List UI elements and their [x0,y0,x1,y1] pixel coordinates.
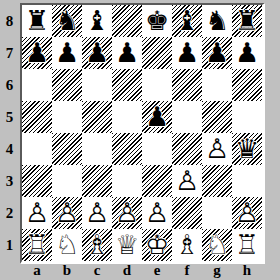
piece-wP-h2: ♟♙ [232,197,262,229]
square-c4[interactable] [82,133,112,165]
square-f5[interactable] [172,101,202,133]
piece-wP-b2: ♟♙ [52,197,82,229]
square-h3[interactable] [232,165,262,197]
square-h2[interactable]: ♟♙ [232,197,262,229]
square-d7[interactable]: ♟ [112,37,142,69]
square-g3[interactable] [202,165,232,197]
square-c2[interactable]: ♟♙ [82,197,112,229]
square-h7[interactable]: ♟ [232,37,262,69]
square-h1[interactable]: ♜♖ [232,229,262,261]
square-b7[interactable]: ♟ [52,37,82,69]
square-b3[interactable] [52,165,82,197]
square-e8[interactable]: ♚ [142,5,172,37]
piece-bB-c8: ♝ [82,5,112,37]
piece-bP-b7: ♟ [52,37,82,69]
square-f2[interactable] [172,197,202,229]
file-label-h: h [232,262,262,279]
piece-bN-b8: ♞ [52,5,82,37]
square-g7[interactable]: ♟ [202,37,232,69]
piece-wP-g4: ♟♙ [202,133,232,165]
piece-wB-f1: ♝♗ [172,229,202,261]
square-g6[interactable] [202,69,232,101]
square-c5[interactable] [82,101,112,133]
chess-diagram: 8 7 6 5 4 3 2 1 a b c d e f g h ♜♞♝♚♝♞♜♟… [0,0,280,280]
square-g2[interactable] [202,197,232,229]
square-g1[interactable]: ♞♘ [202,229,232,261]
square-h6[interactable] [232,69,262,101]
piece-wN-g1: ♞♘ [202,229,232,261]
square-a6[interactable] [22,69,52,101]
file-label-e: e [142,262,172,279]
square-e5[interactable]: ♟ [142,101,172,133]
square-c3[interactable] [82,165,112,197]
rank-label-4: 4 [0,133,19,165]
square-a4[interactable] [22,133,52,165]
square-e1[interactable]: ♚♔ [142,229,172,261]
square-g5[interactable] [202,101,232,133]
square-c8[interactable]: ♝ [82,5,112,37]
piece-bP-h7: ♟ [232,37,262,69]
square-e3[interactable] [142,165,172,197]
square-b4[interactable] [52,133,82,165]
rank-label-7: 7 [0,37,19,69]
piece-wR-h1: ♜♖ [232,229,262,261]
square-e2[interactable]: ♟♙ [142,197,172,229]
square-b6[interactable] [52,69,82,101]
square-e4[interactable] [142,133,172,165]
square-f6[interactable] [172,69,202,101]
square-e7[interactable] [142,37,172,69]
piece-bP-c7: ♟ [82,37,112,69]
piece-bP-d7: ♟ [112,37,142,69]
piece-bP-f7: ♟ [172,37,202,69]
square-b1[interactable]: ♞♘ [52,229,82,261]
square-f1[interactable]: ♝♗ [172,229,202,261]
square-a1[interactable]: ♜♖ [22,229,52,261]
square-c6[interactable] [82,69,112,101]
rank-label-6: 6 [0,69,19,101]
square-d6[interactable] [112,69,142,101]
piece-bP-e5: ♟ [142,101,172,133]
piece-wN-b1: ♞♘ [52,229,82,261]
square-e6[interactable] [142,69,172,101]
square-g4[interactable]: ♟♙ [202,133,232,165]
file-label-b: b [52,262,82,279]
square-f8[interactable]: ♝ [172,5,202,37]
piece-wP-e2: ♟♙ [142,197,172,229]
piece-bR-h8: ♜ [232,5,262,37]
square-f3[interactable]: ♟♙ [172,165,202,197]
piece-wP-f3: ♟♙ [172,165,202,197]
piece-bN-g8: ♞ [202,5,232,37]
square-d5[interactable] [112,101,142,133]
rank-label-2: 2 [0,197,19,229]
board-frame: ♜♞♝♚♝♞♜♟♟♟♟♟♟♟♟♟♙♛♟♙♟♙♟♙♟♙♟♙♟♙♟♙♜♖♞♘♝♗♛♕… [20,3,265,264]
piece-bB-f8: ♝ [172,5,202,37]
piece-bR-a8: ♜ [22,5,52,37]
piece-wP-a2: ♟♙ [22,197,52,229]
piece-wB-c1: ♝♗ [82,229,112,261]
square-h8[interactable]: ♜ [232,5,262,37]
square-h4[interactable]: ♛ [232,133,262,165]
square-h5[interactable] [232,101,262,133]
rank-label-3: 3 [0,165,19,197]
square-g8[interactable]: ♞ [202,5,232,37]
square-c1[interactable]: ♝♗ [82,229,112,261]
square-c7[interactable]: ♟ [82,37,112,69]
piece-wQ-d1: ♛♕ [112,229,142,261]
piece-wP-c2: ♟♙ [82,197,112,229]
file-label-d: d [112,262,142,279]
rank-label-5: 5 [0,101,19,133]
rank-label-8: 8 [0,5,19,37]
rank-label-1: 1 [0,229,19,261]
square-b2[interactable]: ♟♙ [52,197,82,229]
file-label-c: c [82,262,112,279]
piece-wR-a1: ♜♖ [22,229,52,261]
piece-bQ-h4: ♛ [232,133,262,165]
square-a8[interactable]: ♜ [22,5,52,37]
piece-wP-d2: ♟♙ [112,197,142,229]
piece-bP-a7: ♟ [22,37,52,69]
square-d4[interactable] [112,133,142,165]
file-label-f: f [172,262,202,279]
square-b8[interactable]: ♞ [52,5,82,37]
piece-bP-g7: ♟ [202,37,232,69]
chess-board: ♜♞♝♚♝♞♜♟♟♟♟♟♟♟♟♟♙♛♟♙♟♙♟♙♟♙♟♙♟♙♟♙♜♖♞♘♝♗♛♕… [22,5,262,261]
square-b5[interactable] [52,101,82,133]
square-d3[interactable] [112,165,142,197]
square-d8[interactable] [112,5,142,37]
square-d2[interactable]: ♟♙ [112,197,142,229]
square-a5[interactable] [22,101,52,133]
square-f7[interactable]: ♟ [172,37,202,69]
file-label-g: g [202,262,232,279]
piece-bK-e8: ♚ [142,5,172,37]
piece-wK-e1: ♚♔ [142,229,172,261]
square-a2[interactable]: ♟♙ [22,197,52,229]
square-a3[interactable] [22,165,52,197]
file-label-a: a [22,262,52,279]
square-d1[interactable]: ♛♕ [112,229,142,261]
square-f4[interactable] [172,133,202,165]
square-a7[interactable]: ♟ [22,37,52,69]
